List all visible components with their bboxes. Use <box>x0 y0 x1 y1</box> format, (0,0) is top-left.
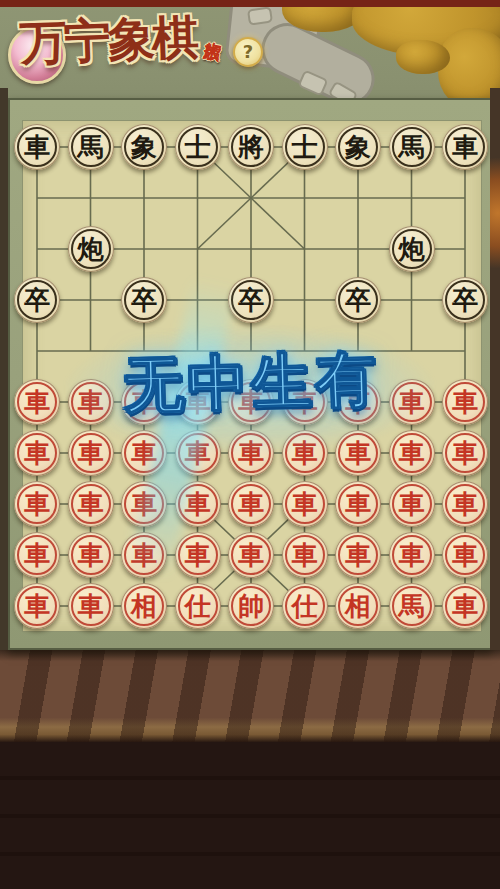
piece-glyph: 車 <box>78 593 104 619</box>
piece-glyph: 車 <box>78 389 104 415</box>
piece-red-advisor[interactable]: 仕 <box>282 583 328 629</box>
piece-red-chariot[interactable]: 車 <box>228 430 274 476</box>
piece-glyph: 車 <box>292 389 318 415</box>
piece-glyph: 士 <box>292 134 318 160</box>
piece-black-advisor[interactable]: 士 <box>282 124 328 170</box>
piece-black-elephant[interactable]: 象 <box>335 124 381 170</box>
piece-glyph: 車 <box>131 389 157 415</box>
piece-glyph: 卒 <box>131 287 157 313</box>
piece-glyph: 帥 <box>238 593 264 619</box>
piece-red-chariot[interactable]: 車 <box>442 532 488 578</box>
piece-glyph: 車 <box>452 542 478 568</box>
piece-red-elephant[interactable]: 相 <box>335 583 381 629</box>
question-icon: ? <box>243 43 253 61</box>
piece-red-chariot[interactable]: 車 <box>175 379 221 425</box>
piece-glyph: 卒 <box>24 287 50 313</box>
piece-glyph: 車 <box>24 593 50 619</box>
app-title: 万宁象棋 <box>19 11 216 69</box>
piece-red-chariot[interactable]: 車 <box>335 532 381 578</box>
piece-glyph: 車 <box>24 134 50 160</box>
piece-red-chariot[interactable]: 車 <box>175 532 221 578</box>
piece-black-advisor[interactable]: 士 <box>175 124 221 170</box>
piece-black-chariot[interactable]: 車 <box>14 124 60 170</box>
piece-glyph: 炮 <box>78 236 104 262</box>
piece-red-chariot[interactable]: 車 <box>121 532 167 578</box>
piece-red-chariot[interactable]: 車 <box>14 532 60 578</box>
piece-red-chariot[interactable]: 車 <box>335 379 381 425</box>
piece-red-chariot[interactable]: 車 <box>175 481 221 527</box>
piece-glyph: 車 <box>238 440 264 466</box>
piece-red-chariot[interactable]: 車 <box>282 481 328 527</box>
piece-glyph: 馬 <box>399 134 425 160</box>
piece-glyph: 象 <box>131 134 157 160</box>
piece-glyph: 將 <box>238 134 264 160</box>
piece-glyph: 車 <box>292 440 318 466</box>
piece-glyph: 士 <box>185 134 211 160</box>
piece-glyph: 車 <box>399 542 425 568</box>
piece-glyph: 馬 <box>78 134 104 160</box>
piece-glyph: 車 <box>131 440 157 466</box>
piece-glyph: 相 <box>131 593 157 619</box>
piece-glyph: 馬 <box>399 593 425 619</box>
piece-glyph: 車 <box>185 389 211 415</box>
xiangqi-board[interactable]: 車馬象士將士象馬車炮炮卒卒卒卒卒車車車車車車車車車車車車車車車車車車車車車車車車… <box>8 98 492 650</box>
piece-glyph: 車 <box>24 542 50 568</box>
piece-glyph: 車 <box>238 542 264 568</box>
piece-glyph: 車 <box>24 491 50 517</box>
piece-red-chariot[interactable]: 車 <box>282 430 328 476</box>
piece-glyph: 車 <box>131 491 157 517</box>
piece-glyph: 車 <box>185 542 211 568</box>
piece-black-chariot[interactable]: 車 <box>442 124 488 170</box>
header: 万宁象棋 大招版 ? <box>0 0 500 100</box>
piece-black-cannon[interactable]: 炮 <box>389 226 435 272</box>
piece-glyph: 仕 <box>292 593 318 619</box>
piece-black-general[interactable]: 將 <box>228 124 274 170</box>
piece-glyph: 車 <box>452 389 478 415</box>
piece-glyph: 車 <box>452 491 478 517</box>
game-screen: 万宁象棋 大招版 ? <box>0 0 500 889</box>
piece-glyph: 車 <box>78 542 104 568</box>
piece-red-general[interactable]: 帥 <box>228 583 274 629</box>
piece-glyph: 車 <box>185 491 211 517</box>
piece-black-soldier[interactable]: 卒 <box>14 277 60 323</box>
piece-glyph: 象 <box>345 134 371 160</box>
piece-glyph: 車 <box>345 491 371 517</box>
piece-red-elephant[interactable]: 相 <box>121 583 167 629</box>
piece-red-chariot[interactable]: 車 <box>14 481 60 527</box>
piece-glyph: 車 <box>24 440 50 466</box>
piece-red-horse[interactable]: 馬 <box>389 583 435 629</box>
piece-glyph: 車 <box>292 491 318 517</box>
piece-glyph: 車 <box>345 440 371 466</box>
right-edge-shadow <box>490 88 500 650</box>
piece-red-chariot[interactable]: 車 <box>175 430 221 476</box>
piece-red-advisor[interactable]: 仕 <box>175 583 221 629</box>
piece-glyph: 車 <box>185 440 211 466</box>
piece-black-soldier[interactable]: 卒 <box>121 277 167 323</box>
piece-glyph: 車 <box>238 491 264 517</box>
piece-red-chariot[interactable]: 車 <box>68 532 114 578</box>
piece-glyph: 仕 <box>185 593 211 619</box>
piece-glyph: 車 <box>131 542 157 568</box>
piece-red-chariot[interactable]: 車 <box>228 481 274 527</box>
table-edge <box>0 648 500 742</box>
piece-glyph: 車 <box>452 134 478 160</box>
footer-banner: 王者之力，霸道挑战 强大的计策尽显王霸之气，让对手节节败退 <box>0 742 500 889</box>
piece-red-chariot[interactable]: 車 <box>121 430 167 476</box>
piece-black-soldier[interactable]: 卒 <box>442 277 488 323</box>
piece-black-elephant[interactable]: 象 <box>121 124 167 170</box>
piece-black-cannon[interactable]: 炮 <box>68 226 114 272</box>
piece-red-chariot[interactable]: 車 <box>335 430 381 476</box>
piece-black-horse[interactable]: 馬 <box>68 124 114 170</box>
piece-red-chariot[interactable]: 車 <box>14 379 60 425</box>
piece-red-chariot[interactable]: 車 <box>228 532 274 578</box>
help-button[interactable]: ? <box>233 37 263 67</box>
piece-red-chariot[interactable]: 車 <box>14 583 60 629</box>
piece-red-chariot[interactable]: 車 <box>282 379 328 425</box>
piece-red-chariot[interactable]: 車 <box>389 379 435 425</box>
piece-glyph: 車 <box>78 491 104 517</box>
piece-red-chariot[interactable]: 車 <box>14 430 60 476</box>
piece-red-chariot[interactable]: 車 <box>389 481 435 527</box>
piece-glyph: 卒 <box>238 287 264 313</box>
piece-glyph: 卒 <box>452 287 478 313</box>
piece-red-chariot[interactable]: 車 <box>282 532 328 578</box>
piece-black-horse[interactable]: 馬 <box>389 124 435 170</box>
piece-red-chariot[interactable]: 車 <box>121 481 167 527</box>
piece-glyph: 車 <box>399 491 425 517</box>
piece-black-soldier[interactable]: 卒 <box>228 277 274 323</box>
piece-glyph: 車 <box>399 389 425 415</box>
piece-glyph: 相 <box>345 593 371 619</box>
piece-red-chariot[interactable]: 車 <box>442 379 488 425</box>
piece-glyph: 車 <box>345 389 371 415</box>
piece-red-chariot[interactable]: 車 <box>68 583 114 629</box>
piece-glyph: 炮 <box>399 236 425 262</box>
piece-red-chariot[interactable]: 車 <box>389 532 435 578</box>
piece-red-chariot[interactable]: 車 <box>121 379 167 425</box>
piece-red-chariot[interactable]: 車 <box>335 481 381 527</box>
piece-red-chariot[interactable]: 車 <box>442 583 488 629</box>
piece-red-chariot[interactable]: 車 <box>228 379 274 425</box>
piece-glyph: 車 <box>452 440 478 466</box>
piece-glyph: 車 <box>345 542 371 568</box>
piece-glyph: 車 <box>399 440 425 466</box>
piece-red-chariot[interactable]: 車 <box>68 481 114 527</box>
piece-red-chariot[interactable]: 車 <box>442 481 488 527</box>
pieces-layer: 車馬象士將士象馬車炮炮卒卒卒卒卒車車車車車車車車車車車車車車車車車車車車車車車車… <box>10 100 494 652</box>
piece-glyph: 車 <box>452 593 478 619</box>
piece-red-chariot[interactable]: 車 <box>68 430 114 476</box>
left-edge-shadow <box>0 88 8 650</box>
piece-glyph: 卒 <box>345 287 371 313</box>
piece-red-chariot[interactable]: 車 <box>68 379 114 425</box>
piece-glyph: 車 <box>238 389 264 415</box>
piece-red-chariot[interactable]: 車 <box>389 430 435 476</box>
piece-black-soldier[interactable]: 卒 <box>335 277 381 323</box>
piece-glyph: 車 <box>292 542 318 568</box>
piece-red-chariot[interactable]: 車 <box>442 430 488 476</box>
piece-glyph: 車 <box>78 440 104 466</box>
piece-glyph: 車 <box>24 389 50 415</box>
